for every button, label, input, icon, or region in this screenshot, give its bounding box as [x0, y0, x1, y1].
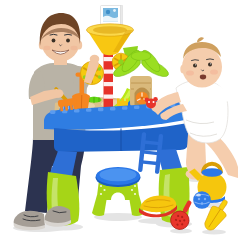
stool — [92, 167, 144, 216]
baby-mouth — [200, 75, 206, 80]
product-photo — [0, 0, 238, 238]
baby-hand — [161, 112, 170, 120]
boy-left-hand — [54, 89, 64, 98]
boy-cheek — [71, 46, 78, 50]
baby-hair-tuft — [197, 37, 204, 42]
boy-eye — [52, 39, 56, 43]
play-table-scene — [0, 0, 238, 238]
baby-face — [182, 47, 222, 88]
flag — [101, 6, 121, 25]
stool-leg — [92, 195, 107, 216]
blue-ball — [193, 191, 211, 209]
striped-pole — [104, 46, 114, 110]
boy-cheek — [44, 46, 51, 50]
can-rim — [202, 168, 223, 176]
boy-eye — [66, 39, 70, 43]
boy-right-hand — [90, 55, 100, 63]
